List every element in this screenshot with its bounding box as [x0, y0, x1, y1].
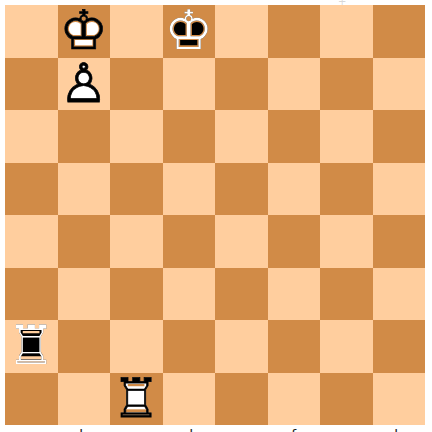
square-h8[interactable] — [373, 5, 426, 58]
square-h7[interactable] — [373, 58, 426, 111]
square-c5[interactable] — [110, 163, 163, 216]
square-a2[interactable]: ♜♖ — [5, 320, 58, 373]
square-g3[interactable] — [320, 268, 373, 321]
artifact-mark: + — [338, 0, 346, 7]
square-e5[interactable] — [215, 163, 268, 216]
square-c7[interactable] — [110, 58, 163, 111]
square-c3[interactable] — [110, 268, 163, 321]
square-h6[interactable] — [373, 110, 426, 163]
square-c4[interactable] — [110, 215, 163, 268]
white-king[interactable]: ♚♔ — [58, 5, 111, 58]
square-e6[interactable] — [215, 110, 268, 163]
square-b6[interactable] — [58, 110, 111, 163]
file-labels: abcdefgh — [5, 427, 425, 432]
square-b3[interactable] — [58, 268, 111, 321]
square-h4[interactable] — [373, 215, 426, 268]
piece-outline-layer: ♔ — [58, 5, 111, 58]
square-a8[interactable] — [5, 5, 58, 58]
square-c8[interactable] — [110, 5, 163, 58]
black-king[interactable]: ♚♔ — [163, 5, 216, 58]
square-b7[interactable]: ♟♙ — [58, 58, 111, 111]
file-label-d: d — [163, 427, 216, 432]
square-a1[interactable] — [5, 373, 58, 426]
file-label-f: f — [268, 427, 321, 432]
piece-outline-layer: ♖ — [5, 320, 58, 373]
square-d4[interactable] — [163, 215, 216, 268]
square-b2[interactable] — [58, 320, 111, 373]
square-b5[interactable] — [58, 163, 111, 216]
square-g1[interactable] — [320, 373, 373, 426]
square-h1[interactable] — [373, 373, 426, 426]
square-d1[interactable] — [163, 373, 216, 426]
square-e3[interactable] — [215, 268, 268, 321]
square-f7[interactable] — [268, 58, 321, 111]
square-d3[interactable] — [163, 268, 216, 321]
square-f8[interactable] — [268, 5, 321, 58]
square-g4[interactable] — [320, 215, 373, 268]
square-d5[interactable] — [163, 163, 216, 216]
square-g7[interactable] — [320, 58, 373, 111]
square-h2[interactable] — [373, 320, 426, 373]
file-label-a: a — [5, 427, 58, 432]
chess-board: ♚♔♚♔♟♙♜♖♜♖ — [5, 5, 425, 425]
square-e7[interactable] — [215, 58, 268, 111]
square-d2[interactable] — [163, 320, 216, 373]
file-label-g: g — [320, 427, 373, 432]
square-f5[interactable] — [268, 163, 321, 216]
piece-outline-layer: ♙ — [58, 58, 111, 111]
square-d8[interactable]: ♚♔ — [163, 5, 216, 58]
square-h3[interactable] — [373, 268, 426, 321]
square-e8[interactable] — [215, 5, 268, 58]
file-label-e: e — [215, 427, 268, 432]
file-label-c: c — [110, 427, 163, 432]
square-b1[interactable] — [58, 373, 111, 426]
square-d7[interactable] — [163, 58, 216, 111]
square-a5[interactable] — [5, 163, 58, 216]
piece-outline-layer: ♔ — [163, 5, 216, 58]
square-g6[interactable] — [320, 110, 373, 163]
square-b8[interactable]: ♚♔ — [58, 5, 111, 58]
piece-outline-layer: ♖ — [110, 373, 163, 426]
square-e2[interactable] — [215, 320, 268, 373]
square-c6[interactable] — [110, 110, 163, 163]
square-g8[interactable] — [320, 5, 373, 58]
square-b4[interactable] — [58, 215, 111, 268]
square-c2[interactable] — [110, 320, 163, 373]
square-f4[interactable] — [268, 215, 321, 268]
square-g2[interactable] — [320, 320, 373, 373]
square-d6[interactable] — [163, 110, 216, 163]
square-h5[interactable] — [373, 163, 426, 216]
square-a3[interactable] — [5, 268, 58, 321]
square-a4[interactable] — [5, 215, 58, 268]
square-f3[interactable] — [268, 268, 321, 321]
square-a6[interactable] — [5, 110, 58, 163]
square-e1[interactable] — [215, 373, 268, 426]
square-a7[interactable] — [5, 58, 58, 111]
white-rook[interactable]: ♜♖ — [110, 373, 163, 426]
square-f2[interactable] — [268, 320, 321, 373]
square-g5[interactable] — [320, 163, 373, 216]
file-label-b: b — [58, 427, 111, 432]
white-pawn[interactable]: ♟♙ — [58, 58, 111, 111]
file-label-h: h — [373, 427, 426, 432]
black-rook[interactable]: ♜♖ — [5, 320, 58, 373]
square-e4[interactable] — [215, 215, 268, 268]
square-f1[interactable] — [268, 373, 321, 426]
screen: ♚♔♚♔♟♙♜♖♜♖ abcdefgh + — [0, 0, 432, 432]
square-c1[interactable]: ♜♖ — [110, 373, 163, 426]
square-f6[interactable] — [268, 110, 321, 163]
